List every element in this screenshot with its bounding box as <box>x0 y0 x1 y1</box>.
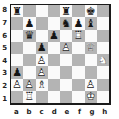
piece-black-pawn: ♟ <box>48 30 60 42</box>
file-label-c: c <box>35 105 48 118</box>
square-d5[interactable] <box>48 42 60 54</box>
square-b7[interactable]: ♟ <box>23 17 35 29</box>
square-e7[interactable]: ♞ <box>60 17 72 29</box>
square-b1[interactable]: ♜♖ <box>23 91 35 103</box>
square-d1[interactable] <box>48 91 60 103</box>
file-label-f: f <box>73 105 86 118</box>
square-a8[interactable]: ♜ <box>11 5 23 17</box>
piece-black-rook: ♜ <box>11 5 23 17</box>
square-a4[interactable] <box>11 54 23 66</box>
square-h6[interactable] <box>97 30 109 42</box>
square-b5[interactable] <box>23 42 35 54</box>
square-b6[interactable]: ♛ <box>23 30 35 42</box>
square-g8[interactable]: ♚ <box>85 5 97 17</box>
rank-label-5: 5 <box>0 42 9 55</box>
file-label-a: a <box>10 105 23 118</box>
square-f4[interactable] <box>72 54 84 66</box>
square-h5[interactable] <box>97 42 109 54</box>
square-e3[interactable] <box>60 66 72 78</box>
square-e4[interactable] <box>60 54 72 66</box>
square-g7[interactable]: ♝ <box>85 17 97 29</box>
piece-white-pawn: ♙ <box>36 54 48 66</box>
square-b2[interactable]: ♟♙ <box>23 79 35 91</box>
rank-label-4: 4 <box>0 55 9 68</box>
square-h2[interactable] <box>97 79 109 91</box>
square-d3[interactable] <box>48 66 60 78</box>
square-e6[interactable] <box>60 30 72 42</box>
piece-white-pawn: ♙ <box>11 79 23 91</box>
piece-black-queen: ♛ <box>23 30 35 42</box>
square-f8[interactable] <box>72 5 84 17</box>
piece-white-knight: ♘ <box>97 54 109 66</box>
square-d7[interactable] <box>48 17 60 29</box>
square-h7[interactable] <box>97 17 109 29</box>
square-g3[interactable] <box>85 66 97 78</box>
square-a1[interactable] <box>11 91 23 103</box>
square-d2[interactable] <box>48 79 60 91</box>
square-a7[interactable] <box>11 17 23 29</box>
square-d6[interactable]: ♟ <box>48 30 60 42</box>
rank-label-6: 6 <box>0 29 9 42</box>
rank-label-8: 8 <box>0 4 9 17</box>
square-c5[interactable]: ♟ <box>36 42 48 54</box>
piece-black-rook: ♜ <box>60 5 72 17</box>
rank-label-2: 2 <box>0 80 9 93</box>
square-f7[interactable]: ♟ <box>72 17 84 29</box>
piece-black-pawn: ♟ <box>23 17 35 29</box>
square-h1[interactable] <box>97 91 109 103</box>
square-c4[interactable]: ♟♙ <box>36 54 48 66</box>
square-d4[interactable] <box>48 54 60 66</box>
square-c3[interactable]: ♟♙ <box>36 66 48 78</box>
square-f6[interactable]: ♜♖ <box>72 30 84 42</box>
file-label-d: d <box>48 105 61 118</box>
piece-black-bishop: ♝ <box>85 17 97 29</box>
square-e2[interactable] <box>60 79 72 91</box>
piece-black-pawn: ♟ <box>72 17 84 29</box>
rank-label-1: 1 <box>0 92 9 105</box>
square-a3[interactable]: ♟ <box>11 66 23 78</box>
square-h3[interactable] <box>97 66 109 78</box>
square-c8[interactable] <box>36 5 48 17</box>
file-label-g: g <box>86 105 99 118</box>
square-f1[interactable] <box>72 91 84 103</box>
piece-black-pawn: ♟ <box>36 42 48 54</box>
square-b8[interactable] <box>23 5 35 17</box>
square-c6[interactable] <box>36 30 48 42</box>
square-g5[interactable]: ♛♕ <box>85 42 97 54</box>
piece-white-king: ♔ <box>85 91 97 103</box>
square-e5[interactable]: ♟♙ <box>60 42 72 54</box>
square-a5[interactable] <box>11 42 23 54</box>
piece-white-rook: ♖ <box>23 91 35 103</box>
square-c1[interactable] <box>36 91 48 103</box>
square-g1[interactable]: ♚♔ <box>85 91 97 103</box>
piece-white-pawn: ♙ <box>23 79 35 91</box>
rank-label-3: 3 <box>0 67 9 80</box>
square-b4[interactable] <box>23 54 35 66</box>
square-c2[interactable]: ♝♗ <box>36 79 48 91</box>
square-g2[interactable]: ♟♙ <box>85 79 97 91</box>
square-c7[interactable] <box>36 17 48 29</box>
square-f5[interactable] <box>72 42 84 54</box>
square-h4[interactable]: ♞♘ <box>97 54 109 66</box>
chess-diagram: 87654321 ♜♜♚♟♞♟♝♛♟♜♖♟♟♙♛♕♟♙♞♘♟♟♙♟♙♟♙♝♗♟♙… <box>0 0 119 119</box>
rank-labels: 87654321 <box>0 4 9 105</box>
rank-label-7: 7 <box>0 17 9 30</box>
file-label-h: h <box>98 105 111 118</box>
square-b3[interactable] <box>23 66 35 78</box>
square-e1[interactable] <box>60 91 72 103</box>
piece-white-pawn: ♙ <box>36 66 48 78</box>
board: ♜♜♚♟♞♟♝♛♟♜♖♟♟♙♛♕♟♙♞♘♟♟♙♟♙♟♙♝♗♟♙♜♖♚♔ <box>10 4 111 105</box>
square-a2[interactable]: ♟♙ <box>11 79 23 91</box>
piece-black-king: ♚ <box>85 5 97 17</box>
piece-white-queen: ♕ <box>85 42 97 54</box>
square-h8[interactable] <box>97 5 109 17</box>
piece-white-pawn: ♙ <box>60 42 72 54</box>
square-g4[interactable] <box>85 54 97 66</box>
square-d8[interactable] <box>48 5 60 17</box>
square-f3[interactable] <box>72 66 84 78</box>
piece-white-bishop: ♗ <box>36 79 48 91</box>
file-label-e: e <box>61 105 74 118</box>
square-g6[interactable] <box>85 30 97 42</box>
square-f2[interactable] <box>72 79 84 91</box>
square-a6[interactable] <box>11 30 23 42</box>
piece-white-rook: ♖ <box>72 30 84 42</box>
file-label-b: b <box>23 105 36 118</box>
piece-black-pawn: ♟ <box>11 66 23 78</box>
piece-black-knight: ♞ <box>60 17 72 29</box>
square-e8[interactable]: ♜ <box>60 5 72 17</box>
piece-white-pawn: ♙ <box>85 79 97 91</box>
file-labels: abcdefgh <box>10 105 111 118</box>
